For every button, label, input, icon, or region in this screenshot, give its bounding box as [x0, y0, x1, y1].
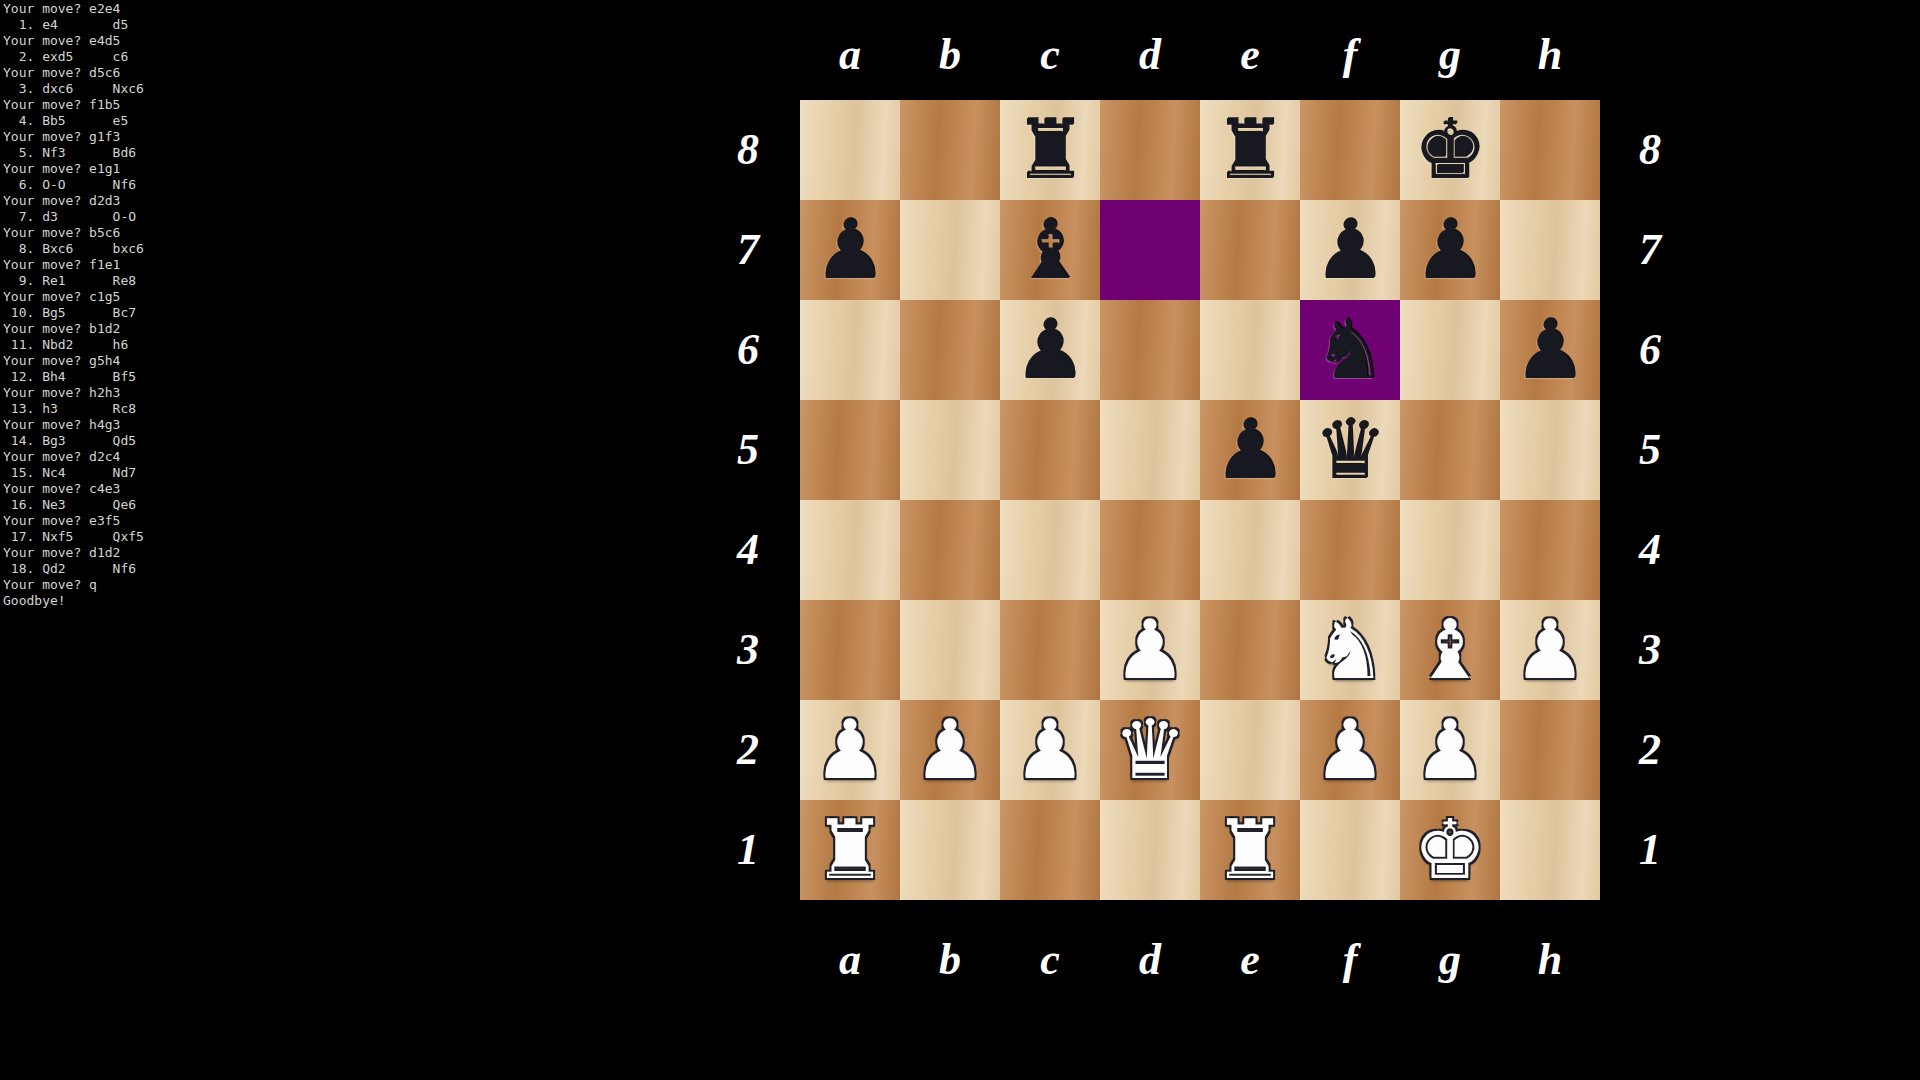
square-g6[interactable] [1400, 300, 1500, 400]
file-label-g: g [1400, 918, 1500, 1002]
square-f6[interactable]: ♞ [1300, 300, 1400, 400]
black-bishop-piece[interactable]: ♝ [1013, 200, 1087, 300]
rank-label-8: 8 [1600, 100, 1700, 200]
square-f4[interactable] [1300, 500, 1400, 600]
square-g2[interactable]: ♟ [1400, 700, 1500, 800]
rank-label-1: 1 [1600, 800, 1700, 900]
file-label-a: a [800, 20, 900, 90]
app-window: Your move? e2e4 1. e4 d5 Your move? e4d5… [0, 0, 1920, 1080]
square-h2[interactable] [1500, 700, 1600, 800]
black-pawn-piece[interactable]: ♟ [1013, 300, 1087, 400]
square-e8[interactable]: ♜ [1200, 100, 1300, 200]
square-a7[interactable]: ♟ [800, 200, 900, 300]
file-label-f: f [1300, 20, 1400, 90]
square-e1[interactable]: ♜ [1200, 800, 1300, 900]
rank-label-6: 6 [1600, 300, 1700, 400]
square-h6[interactable]: ♟ [1500, 300, 1600, 400]
square-c2[interactable]: ♟ [1000, 700, 1100, 800]
square-b3[interactable] [900, 600, 1000, 700]
square-d6[interactable] [1100, 300, 1200, 400]
black-rook-piece[interactable]: ♜ [1213, 100, 1287, 200]
square-c7[interactable]: ♝ [1000, 200, 1100, 300]
rank-label-2: 2 [698, 700, 798, 800]
square-h3[interactable]: ♟ [1500, 600, 1600, 700]
square-c5[interactable] [1000, 400, 1100, 500]
white-king-piece[interactable]: ♚ [1413, 800, 1487, 900]
file-label-e: e [1200, 918, 1300, 1002]
square-a5[interactable] [800, 400, 900, 500]
file-labels-bottom: abcdefgh [800, 918, 1600, 1002]
rank-label-7: 7 [698, 200, 798, 300]
black-knight-piece[interactable]: ♞ [1313, 300, 1387, 400]
white-pawn-piece[interactable]: ♟ [1013, 700, 1087, 800]
white-pawn-piece[interactable]: ♟ [1313, 700, 1387, 800]
square-d2[interactable]: ♛ [1100, 700, 1200, 800]
square-g4[interactable] [1400, 500, 1500, 600]
square-c4[interactable] [1000, 500, 1100, 600]
square-d7[interactable] [1100, 200, 1200, 300]
rank-labels-left: 87654321 [698, 100, 798, 900]
rank-label-7: 7 [1600, 200, 1700, 300]
rank-label-5: 5 [1600, 400, 1700, 500]
rank-labels-right: 87654321 [1600, 100, 1700, 900]
square-e4[interactable] [1200, 500, 1300, 600]
file-label-b: b [900, 918, 1000, 1002]
square-c3[interactable] [1000, 600, 1100, 700]
terminal-output: Your move? e2e4 1. e4 d5 Your move? e4d5… [3, 1, 144, 609]
rank-label-3: 3 [1600, 600, 1700, 700]
square-g7[interactable]: ♟ [1400, 200, 1500, 300]
square-a2[interactable]: ♟ [800, 700, 900, 800]
black-pawn-piece[interactable]: ♟ [1513, 300, 1587, 400]
square-b4[interactable] [900, 500, 1000, 600]
square-a3[interactable] [800, 600, 900, 700]
white-pawn-piece[interactable]: ♟ [1413, 700, 1487, 800]
square-h8[interactable] [1500, 100, 1600, 200]
square-f1[interactable] [1300, 800, 1400, 900]
rank-label-2: 2 [1600, 700, 1700, 800]
square-g3[interactable]: ♝ [1400, 600, 1500, 700]
file-label-c: c [1000, 918, 1100, 1002]
file-label-c: c [1000, 20, 1100, 90]
file-label-f: f [1300, 918, 1400, 1002]
square-f7[interactable]: ♟ [1300, 200, 1400, 300]
square-h4[interactable] [1500, 500, 1600, 600]
white-rook-piece[interactable]: ♜ [1213, 800, 1287, 900]
square-f3[interactable]: ♞ [1300, 600, 1400, 700]
square-b2[interactable]: ♟ [900, 700, 1000, 800]
black-pawn-piece[interactable]: ♟ [1213, 400, 1287, 500]
square-g1[interactable]: ♚ [1400, 800, 1500, 900]
white-pawn-piece[interactable]: ♟ [1113, 600, 1187, 700]
square-a4[interactable] [800, 500, 900, 600]
white-pawn-piece[interactable]: ♟ [1513, 600, 1587, 700]
square-h1[interactable] [1500, 800, 1600, 900]
square-b7[interactable] [900, 200, 1000, 300]
square-e2[interactable] [1200, 700, 1300, 800]
square-d1[interactable] [1100, 800, 1200, 900]
rank-label-4: 4 [698, 500, 798, 600]
chess-board: ♜♜♚♟♝♟♟♟♞♟♟♛♟♞♝♟♟♟♟♛♟♟♜♜♚ [800, 100, 1600, 900]
square-h5[interactable] [1500, 400, 1600, 500]
file-label-h: h [1500, 918, 1600, 1002]
square-g8[interactable]: ♚ [1400, 100, 1500, 200]
square-b8[interactable] [900, 100, 1000, 200]
white-rook-piece[interactable]: ♜ [813, 800, 887, 900]
rank-label-3: 3 [698, 600, 798, 700]
black-rook-piece[interactable]: ♜ [1013, 100, 1087, 200]
square-a6[interactable] [800, 300, 900, 400]
square-b6[interactable] [900, 300, 1000, 400]
white-knight-piece[interactable]: ♞ [1313, 600, 1387, 700]
square-b1[interactable] [900, 800, 1000, 900]
white-queen-piece[interactable]: ♛ [1113, 700, 1187, 800]
square-b5[interactable] [900, 400, 1000, 500]
square-e7[interactable] [1200, 200, 1300, 300]
white-bishop-piece[interactable]: ♝ [1413, 600, 1487, 700]
black-king-piece[interactable]: ♚ [1413, 100, 1487, 200]
black-pawn-piece[interactable]: ♟ [1413, 200, 1487, 300]
rank-label-5: 5 [698, 400, 798, 500]
black-pawn-piece[interactable]: ♟ [1313, 200, 1387, 300]
square-g5[interactable] [1400, 400, 1500, 500]
rank-label-1: 1 [698, 800, 798, 900]
file-label-d: d [1100, 918, 1200, 1002]
square-c1[interactable] [1000, 800, 1100, 900]
white-pawn-piece[interactable]: ♟ [813, 700, 887, 800]
black-pawn-piece[interactable]: ♟ [813, 200, 887, 300]
square-f2[interactable]: ♟ [1300, 700, 1400, 800]
square-d5[interactable] [1100, 400, 1200, 500]
square-f8[interactable] [1300, 100, 1400, 200]
square-a8[interactable] [800, 100, 900, 200]
square-c8[interactable]: ♜ [1000, 100, 1100, 200]
file-label-h: h [1500, 20, 1600, 90]
rank-label-8: 8 [698, 100, 798, 200]
square-d3[interactable]: ♟ [1100, 600, 1200, 700]
rank-label-4: 4 [1600, 500, 1700, 600]
white-pawn-piece[interactable]: ♟ [913, 700, 987, 800]
square-h7[interactable] [1500, 200, 1600, 300]
file-label-d: d [1100, 20, 1200, 90]
square-e3[interactable] [1200, 600, 1300, 700]
file-label-a: a [800, 918, 900, 1002]
file-label-g: g [1400, 20, 1500, 90]
file-label-e: e [1200, 20, 1300, 90]
square-d4[interactable] [1100, 500, 1200, 600]
square-e6[interactable] [1200, 300, 1300, 400]
square-d8[interactable] [1100, 100, 1200, 200]
file-label-b: b [900, 20, 1000, 90]
file-labels-top: abcdefgh [800, 20, 1600, 90]
rank-label-6: 6 [698, 300, 798, 400]
square-a1[interactable]: ♜ [800, 800, 900, 900]
square-c6[interactable]: ♟ [1000, 300, 1100, 400]
square-f5[interactable]: ♛ [1300, 400, 1400, 500]
square-e5[interactable]: ♟ [1200, 400, 1300, 500]
black-queen-piece[interactable]: ♛ [1313, 400, 1387, 500]
